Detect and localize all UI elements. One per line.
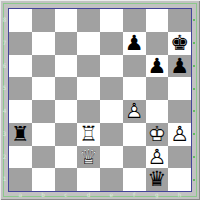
square-d8[interactable]	[77, 9, 100, 32]
square-e1[interactable]	[100, 168, 123, 191]
square-g2[interactable]: ♟♙	[146, 146, 169, 169]
square-b6[interactable]	[32, 55, 55, 78]
square-d3[interactable]: ♜♖	[77, 123, 100, 146]
black-pawn-f7[interactable]: ♟	[123, 32, 146, 55]
square-a2[interactable]	[9, 146, 32, 169]
square-a5[interactable]	[9, 77, 32, 100]
square-c4[interactable]	[55, 100, 78, 123]
square-d1[interactable]	[77, 168, 100, 191]
file-label-g: g	[146, 191, 169, 199]
square-h5[interactable]	[168, 77, 191, 100]
rank-label-4: 4	[1, 100, 8, 123]
square-f3[interactable]	[123, 123, 146, 146]
square-a7[interactable]	[9, 32, 32, 55]
square-d7[interactable]	[77, 32, 100, 55]
square-b8[interactable]	[32, 9, 55, 32]
rank-label-3: 3	[1, 123, 8, 146]
square-c1[interactable]	[55, 168, 78, 191]
square-e6[interactable]	[100, 55, 123, 78]
square-h1[interactable]	[168, 168, 191, 191]
square-b4[interactable]	[32, 100, 55, 123]
file-label-e: e	[100, 191, 123, 199]
right-border-tick-1	[193, 179, 195, 181]
square-d2[interactable]: ♛♕	[77, 146, 100, 169]
white-pawn-f4[interactable]: ♟♙	[123, 100, 146, 123]
white-king-g3[interactable]: ♚♔	[146, 123, 169, 146]
black-pawn-h6[interactable]: ♟	[168, 55, 191, 78]
square-h4[interactable]	[168, 100, 191, 123]
square-c3[interactable]	[55, 123, 78, 146]
square-b5[interactable]	[32, 77, 55, 100]
square-f4[interactable]: ♟♙	[123, 100, 146, 123]
white-queen-d2[interactable]: ♛♕	[77, 146, 100, 169]
square-a8[interactable]	[9, 9, 32, 32]
square-h8[interactable]	[168, 9, 191, 32]
file-label-f: f	[123, 191, 146, 199]
white-rook-d3[interactable]: ♜♖	[77, 123, 100, 146]
right-border-tick-3	[193, 133, 195, 135]
square-g7[interactable]	[146, 32, 169, 55]
chess-board-window: ♟♚♟♟♟♙♜♜♖♚♔♟♙♛♕♟♙♛ 87654321 abcdefgh	[0, 0, 200, 200]
square-c7[interactable]	[55, 32, 78, 55]
square-e4[interactable]	[100, 100, 123, 123]
rank-label-2: 2	[1, 146, 8, 169]
square-f8[interactable]	[123, 9, 146, 32]
square-g8[interactable]	[146, 9, 169, 32]
black-rook-a3[interactable]: ♜	[9, 123, 32, 146]
right-border-tick-7	[193, 42, 195, 44]
square-e5[interactable]	[100, 77, 123, 100]
square-e3[interactable]	[100, 123, 123, 146]
right-border-tick-4	[193, 110, 195, 112]
square-b1[interactable]	[32, 168, 55, 191]
square-a4[interactable]	[9, 100, 32, 123]
square-h7[interactable]: ♚	[168, 32, 191, 55]
right-border-tick-8	[193, 19, 195, 21]
file-label-b: b	[32, 191, 55, 199]
square-e7[interactable]	[100, 32, 123, 55]
square-h3[interactable]: ♟♙	[168, 123, 191, 146]
square-g5[interactable]	[146, 77, 169, 100]
square-e8[interactable]	[100, 9, 123, 32]
white-pawn-g2[interactable]: ♟♙	[146, 146, 169, 169]
square-e2[interactable]	[100, 146, 123, 169]
square-h6[interactable]: ♟	[168, 55, 191, 78]
file-label-h: h	[168, 191, 191, 199]
file-label-c: c	[55, 191, 78, 199]
square-d5[interactable]	[77, 77, 100, 100]
square-a6[interactable]	[9, 55, 32, 78]
right-border-tick-5	[193, 88, 195, 90]
square-f6[interactable]	[123, 55, 146, 78]
square-b7[interactable]	[32, 32, 55, 55]
right-border-tick-6	[193, 65, 195, 67]
white-pawn-h3[interactable]: ♟♙	[168, 123, 191, 146]
square-b2[interactable]	[32, 146, 55, 169]
file-label-d: d	[77, 191, 100, 199]
square-c2[interactable]	[55, 146, 78, 169]
rank-label-8: 8	[1, 9, 8, 32]
square-f2[interactable]	[123, 146, 146, 169]
square-g3[interactable]: ♚♔	[146, 123, 169, 146]
square-a3[interactable]: ♜	[9, 123, 32, 146]
rank-label-7: 7	[1, 32, 8, 55]
square-g4[interactable]	[146, 100, 169, 123]
file-label-a: a	[9, 191, 32, 199]
rank-label-6: 6	[1, 55, 8, 78]
square-c8[interactable]	[55, 9, 78, 32]
square-h2[interactable]	[168, 146, 191, 169]
right-border-tick-2	[193, 156, 195, 158]
black-queen-g1[interactable]: ♛	[146, 168, 169, 191]
rank-label-1: 1	[1, 168, 8, 191]
board: ♟♚♟♟♟♙♜♜♖♚♔♟♙♛♕♟♙♛	[8, 8, 192, 192]
square-b3[interactable]	[32, 123, 55, 146]
square-g1[interactable]: ♛	[146, 168, 169, 191]
square-f5[interactable]	[123, 77, 146, 100]
black-king-h7[interactable]: ♚	[168, 32, 191, 55]
square-c6[interactable]	[55, 55, 78, 78]
square-g6[interactable]: ♟	[146, 55, 169, 78]
rank-label-5: 5	[1, 77, 8, 100]
square-f1[interactable]	[123, 168, 146, 191]
square-a1[interactable]	[9, 168, 32, 191]
square-c5[interactable]	[55, 77, 78, 100]
square-d4[interactable]	[77, 100, 100, 123]
square-d6[interactable]	[77, 55, 100, 78]
black-pawn-g6[interactable]: ♟	[146, 55, 169, 78]
square-f7[interactable]: ♟	[123, 32, 146, 55]
